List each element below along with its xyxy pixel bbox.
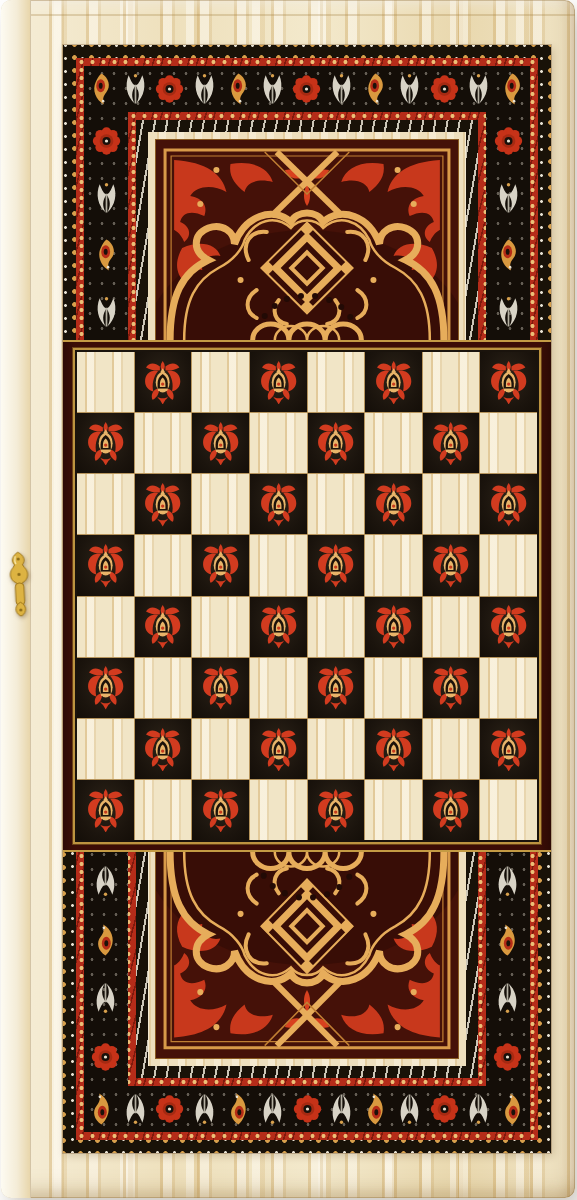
- square-ornament-icon: [490, 604, 527, 648]
- board-square[interactable]: [192, 597, 249, 657]
- flower-motif-icon: [430, 72, 459, 106]
- flower-motif-icon: [92, 1040, 121, 1074]
- flower-motif: [430, 1092, 459, 1126]
- fern-motif-icon: [395, 72, 424, 106]
- fern-motif: [258, 72, 287, 106]
- board-square[interactable]: [135, 413, 192, 473]
- board-square[interactable]: [480, 413, 537, 473]
- board-square[interactable]: [250, 413, 307, 473]
- board-square[interactable]: [77, 352, 134, 412]
- fern-motif: [327, 72, 356, 106]
- fern-motif-icon: [258, 1092, 287, 1126]
- square-ornament-icon: [202, 543, 239, 587]
- fern-motif: [395, 1092, 424, 1126]
- flower-motif-icon: [292, 72, 321, 106]
- board-square[interactable]: [77, 413, 134, 473]
- border-band-outer: [63, 852, 551, 1153]
- square-ornament-icon: [202, 421, 239, 465]
- brass-latch[interactable]: [5, 548, 34, 619]
- paisley-motif: [87, 72, 116, 106]
- board-square[interactable]: [77, 597, 134, 657]
- board-square[interactable]: [480, 352, 537, 412]
- fern-motif: [92, 295, 121, 329]
- board-square[interactable]: [480, 658, 537, 718]
- board-square[interactable]: [192, 413, 249, 473]
- board-square[interactable]: [365, 352, 422, 412]
- square-ornament-icon: [87, 543, 124, 587]
- paisley-motif: [224, 72, 253, 106]
- board-square[interactable]: [480, 597, 537, 657]
- fern-motif-icon: [494, 981, 523, 1015]
- board-square[interactable]: [480, 719, 537, 779]
- square-ornament-icon: [375, 727, 412, 771]
- square-ornament-icon: [202, 665, 239, 709]
- ornament-panel: [63, 45, 551, 340]
- fern-motif: [464, 72, 493, 106]
- board-square[interactable]: [308, 658, 365, 718]
- paisley-motif-icon: [494, 923, 523, 957]
- fern-motif: [121, 1092, 150, 1126]
- paisley-motif-icon: [92, 238, 121, 272]
- flower-motif: [155, 72, 184, 106]
- flower-motif: [155, 1092, 184, 1126]
- fern-motif: [121, 72, 150, 106]
- border-band-wide: [84, 852, 530, 1132]
- paisley-motif: [498, 72, 527, 106]
- fern-motif-icon: [121, 1092, 150, 1126]
- board-square[interactable]: [308, 352, 365, 412]
- square-ornament-icon: [260, 604, 297, 648]
- square-ornament-icon: [432, 421, 469, 465]
- fern-motif-icon: [121, 72, 150, 106]
- fern-motif-icon: [92, 295, 121, 329]
- flower-motif-icon: [494, 1040, 523, 1074]
- paisley-motif-icon: [494, 238, 523, 272]
- square-ornament-icon: [490, 482, 527, 526]
- checkerboard: [77, 352, 537, 840]
- arch-ornament-icon: [156, 140, 458, 340]
- square-ornament-icon: [87, 788, 124, 832]
- ornament-panel: [63, 852, 551, 1153]
- paisley-motif: [494, 238, 523, 272]
- square-ornament-icon: [375, 482, 412, 526]
- square-ornament-icon: [144, 360, 181, 404]
- border-motif-strip-left: [486, 852, 530, 1086]
- board-square[interactable]: [250, 780, 307, 840]
- fern-motif: [494, 295, 523, 329]
- flower-motif-icon: [155, 1092, 184, 1126]
- paisley-motif-icon: [224, 1092, 253, 1126]
- border-band-fine: [136, 852, 478, 1078]
- board-square[interactable]: [365, 658, 422, 718]
- flower-motif: [92, 1040, 121, 1074]
- square-ornament-icon: [490, 727, 527, 771]
- fern-motif-icon: [92, 181, 121, 215]
- flower-motif: [430, 72, 459, 106]
- board-square[interactable]: [135, 535, 192, 595]
- square-ornament-icon: [490, 360, 527, 404]
- board-square[interactable]: [250, 597, 307, 657]
- board-square[interactable]: [423, 535, 480, 595]
- fern-motif: [327, 1092, 356, 1126]
- fern-motif-icon: [92, 864, 121, 898]
- square-ornament-icon: [432, 543, 469, 587]
- board-frame: [73, 348, 541, 844]
- board-square[interactable]: [192, 719, 249, 779]
- arch-ornament-icon: [156, 852, 458, 1058]
- paisley-motif-icon: [87, 1092, 116, 1126]
- paisley-motif-icon: [498, 1092, 527, 1126]
- board-square[interactable]: [77, 535, 134, 595]
- board-square[interactable]: [480, 474, 537, 534]
- square-ornament-icon: [375, 360, 412, 404]
- board-square[interactable]: [308, 535, 365, 595]
- square-ornament-icon: [432, 665, 469, 709]
- square-ornament-icon: [317, 788, 354, 832]
- board-square[interactable]: [250, 658, 307, 718]
- square-ornament-icon: [317, 421, 354, 465]
- board-square[interactable]: [365, 780, 422, 840]
- board-square[interactable]: [308, 719, 365, 779]
- border-motif-strip-left: [84, 112, 128, 340]
- board-square[interactable]: [77, 780, 134, 840]
- arch-field: [155, 852, 459, 1059]
- flower-motif: [494, 1040, 523, 1074]
- board-square[interactable]: [77, 719, 134, 779]
- board-square[interactable]: [308, 597, 365, 657]
- fern-motif: [494, 181, 523, 215]
- fern-motif-icon: [464, 1092, 493, 1126]
- border-band-red-inner: [128, 112, 486, 340]
- flower-motif-icon: [293, 1092, 322, 1126]
- square-ornament-icon: [202, 788, 239, 832]
- paisley-motif: [494, 923, 523, 957]
- board-square[interactable]: [365, 719, 422, 779]
- product-photo: [0, 0, 577, 1200]
- bottom-ornament-panel: [63, 852, 551, 1153]
- border-band-outer: [63, 45, 551, 340]
- flower-motif: [293, 1092, 322, 1126]
- case-bevel-line: [31, 14, 575, 16]
- square-ornament-icon: [144, 727, 181, 771]
- flower-motif-icon: [92, 124, 121, 158]
- square-ornament-icon: [432, 788, 469, 832]
- fern-motif: [494, 981, 523, 1015]
- fern-motif-icon: [190, 72, 219, 106]
- fern-motif: [92, 864, 121, 898]
- paisley-motif-icon: [87, 72, 116, 106]
- fern-motif-icon: [92, 981, 121, 1015]
- board-square[interactable]: [135, 352, 192, 412]
- border-band-red: [76, 58, 538, 340]
- fern-motif-icon: [464, 72, 493, 106]
- board-square[interactable]: [77, 658, 134, 718]
- field-margin: [148, 132, 466, 340]
- board-square[interactable]: [250, 474, 307, 534]
- square-ornament-icon: [144, 604, 181, 648]
- board-square[interactable]: [423, 597, 480, 657]
- fern-motif-icon: [395, 1092, 424, 1126]
- paisley-motif-icon: [92, 923, 121, 957]
- board-square[interactable]: [308, 413, 365, 473]
- flower-motif-icon: [494, 124, 523, 158]
- field-margin: [148, 852, 466, 1066]
- board-square[interactable]: [192, 535, 249, 595]
- paisley-motif-icon: [361, 72, 390, 106]
- paisley-motif: [92, 923, 121, 957]
- printed-board-sheet: [63, 45, 551, 1153]
- board-square[interactable]: [423, 780, 480, 840]
- board-square[interactable]: [365, 597, 422, 657]
- board-square[interactable]: [192, 658, 249, 718]
- board-square[interactable]: [135, 658, 192, 718]
- board-square[interactable]: [135, 474, 192, 534]
- fern-motif: [258, 1092, 287, 1126]
- fern-motif-icon: [258, 72, 287, 106]
- board-square[interactable]: [308, 474, 365, 534]
- board-square[interactable]: [192, 780, 249, 840]
- fern-motif: [190, 72, 219, 106]
- board-square[interactable]: [365, 474, 422, 534]
- board-square[interactable]: [192, 352, 249, 412]
- flower-motif-icon: [430, 1092, 459, 1126]
- board-square[interactable]: [77, 474, 134, 534]
- paisley-motif: [87, 1092, 116, 1126]
- board-square[interactable]: [423, 413, 480, 473]
- board-square[interactable]: [480, 535, 537, 595]
- board-square[interactable]: [365, 535, 422, 595]
- square-ornament-icon: [317, 543, 354, 587]
- board-square[interactable]: [192, 474, 249, 534]
- square-ornament-icon: [260, 360, 297, 404]
- board-square[interactable]: [308, 780, 365, 840]
- fern-motif-icon: [327, 1092, 356, 1126]
- paisley-motif: [498, 1092, 527, 1126]
- flower-motif: [292, 72, 321, 106]
- arch-field: [155, 139, 459, 340]
- fern-motif-icon: [494, 864, 523, 898]
- paisley-motif-icon: [498, 72, 527, 106]
- square-ornament-icon: [375, 604, 412, 648]
- brass-latch-icon: [5, 548, 34, 619]
- paisley-motif: [224, 1092, 253, 1126]
- border-motif-strip-top: [84, 1086, 530, 1132]
- border-band-red: [76, 852, 538, 1140]
- board-square[interactable]: [135, 719, 192, 779]
- board-square[interactable]: [250, 535, 307, 595]
- border-band-wide: [84, 66, 530, 340]
- border-band-fine: [136, 120, 478, 340]
- fern-motif-icon: [190, 1092, 219, 1126]
- fern-motif-icon: [494, 295, 523, 329]
- board-square[interactable]: [250, 352, 307, 412]
- border-motif-strip-top: [84, 66, 530, 112]
- border-motif-strip-right: [84, 852, 128, 1086]
- square-ornament-icon: [87, 421, 124, 465]
- fern-motif: [92, 181, 121, 215]
- board-square[interactable]: [365, 413, 422, 473]
- square-ornament-icon: [260, 482, 297, 526]
- paisley-motif: [361, 72, 390, 106]
- board-square[interactable]: [423, 719, 480, 779]
- paisley-motif-icon: [224, 72, 253, 106]
- square-ornament-icon: [260, 727, 297, 771]
- square-ornament-icon: [144, 482, 181, 526]
- square-ornament-icon: [87, 665, 124, 709]
- paisley-motif: [361, 1092, 390, 1126]
- fern-motif: [92, 981, 121, 1015]
- fern-motif: [494, 864, 523, 898]
- square-ornament-icon: [317, 665, 354, 709]
- border-motif-strip-right: [486, 112, 530, 340]
- fern-motif: [464, 1092, 493, 1126]
- fern-motif-icon: [494, 181, 523, 215]
- board-square[interactable]: [423, 474, 480, 534]
- board-square[interactable]: [480, 780, 537, 840]
- board-square[interactable]: [250, 719, 307, 779]
- board-square[interactable]: [423, 658, 480, 718]
- fern-motif-icon: [327, 72, 356, 106]
- board-square[interactable]: [423, 352, 480, 412]
- top-ornament-panel: [63, 45, 551, 340]
- fern-motif: [395, 72, 424, 106]
- flower-motif: [494, 124, 523, 158]
- fern-motif: [190, 1092, 219, 1126]
- flower-motif: [92, 124, 121, 158]
- wooden-case: [1, 0, 575, 1198]
- board-band: [63, 340, 551, 852]
- flower-motif-icon: [155, 72, 184, 106]
- paisley-motif-icon: [361, 1092, 390, 1126]
- paisley-motif: [92, 238, 121, 272]
- border-band-red-inner: [128, 852, 486, 1086]
- board-square[interactable]: [135, 780, 192, 840]
- board-square[interactable]: [135, 597, 192, 657]
